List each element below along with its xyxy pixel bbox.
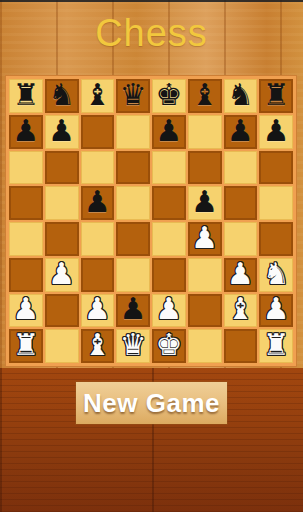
square-c1[interactable]: ♝ — [81, 329, 115, 363]
square-b3[interactable]: ♟ — [45, 258, 79, 292]
square-g7[interactable]: ♟ — [224, 115, 258, 149]
square-d2[interactable]: ♟ — [116, 294, 150, 328]
app-title: Chess — [0, 12, 303, 55]
chess-board: ♜♞♝♛♚♝♞♜♟♟♟♟♟♟♟♟♟♟♞♟♟♟♟♝♟♜♝♛♚♜ — [5, 75, 297, 367]
square-d8[interactable]: ♛ — [116, 79, 150, 113]
piece-white-rook[interactable]: ♜ — [12, 330, 39, 360]
square-a2[interactable]: ♟ — [9, 294, 43, 328]
square-b5[interactable] — [45, 186, 79, 220]
square-a3[interactable] — [9, 258, 43, 292]
square-d3[interactable] — [116, 258, 150, 292]
square-f4[interactable]: ♟ — [188, 222, 222, 256]
square-c6[interactable] — [81, 151, 115, 185]
square-e1[interactable]: ♚ — [152, 329, 186, 363]
piece-black-pawn[interactable]: ♟ — [48, 116, 75, 146]
piece-white-pawn[interactable]: ♟ — [12, 294, 39, 324]
square-d4[interactable] — [116, 222, 150, 256]
piece-black-pawn[interactable]: ♟ — [191, 187, 218, 217]
square-f3[interactable] — [188, 258, 222, 292]
square-a7[interactable]: ♟ — [9, 115, 43, 149]
piece-black-pawn[interactable]: ♟ — [155, 116, 182, 146]
square-e3[interactable] — [152, 258, 186, 292]
square-f1[interactable] — [188, 329, 222, 363]
square-f7[interactable] — [188, 115, 222, 149]
piece-white-pawn[interactable]: ♟ — [227, 259, 254, 289]
square-a6[interactable] — [9, 151, 43, 185]
piece-white-bishop[interactable]: ♝ — [84, 330, 111, 360]
square-g6[interactable] — [224, 151, 258, 185]
square-f8[interactable]: ♝ — [188, 79, 222, 113]
piece-black-pawn[interactable]: ♟ — [84, 187, 111, 217]
square-g8[interactable]: ♞ — [224, 79, 258, 113]
piece-white-bishop[interactable]: ♝ — [227, 294, 254, 324]
square-b2[interactable] — [45, 294, 79, 328]
square-c7[interactable] — [81, 115, 115, 149]
piece-black-pawn[interactable]: ♟ — [12, 116, 39, 146]
piece-black-bishop[interactable]: ♝ — [191, 80, 218, 110]
square-f6[interactable] — [188, 151, 222, 185]
piece-white-pawn[interactable]: ♟ — [48, 259, 75, 289]
piece-black-rook[interactable]: ♜ — [263, 80, 290, 110]
piece-black-pawn[interactable]: ♟ — [263, 116, 290, 146]
piece-white-king[interactable]: ♚ — [155, 330, 182, 360]
square-g2[interactable]: ♝ — [224, 294, 258, 328]
square-h7[interactable]: ♟ — [259, 115, 293, 149]
square-a4[interactable] — [9, 222, 43, 256]
square-f2[interactable] — [188, 294, 222, 328]
piece-white-queen[interactable]: ♛ — [120, 330, 147, 360]
screen-top-edge — [0, 0, 303, 2]
square-h4[interactable] — [259, 222, 293, 256]
square-h6[interactable] — [259, 151, 293, 185]
piece-white-pawn[interactable]: ♟ — [191, 223, 218, 253]
square-c4[interactable] — [81, 222, 115, 256]
square-g1[interactable] — [224, 329, 258, 363]
piece-black-pawn[interactable]: ♟ — [227, 116, 254, 146]
piece-black-pawn[interactable]: ♟ — [120, 294, 147, 324]
square-b8[interactable]: ♞ — [45, 79, 79, 113]
piece-white-pawn[interactable]: ♟ — [155, 294, 182, 324]
piece-white-pawn[interactable]: ♟ — [263, 294, 290, 324]
square-b4[interactable] — [45, 222, 79, 256]
square-a5[interactable] — [9, 186, 43, 220]
square-g4[interactable] — [224, 222, 258, 256]
piece-black-knight[interactable]: ♞ — [48, 80, 75, 110]
new-game-button-label: New Game — [83, 388, 220, 419]
piece-white-pawn[interactable]: ♟ — [84, 294, 111, 324]
square-a1[interactable]: ♜ — [9, 329, 43, 363]
square-d6[interactable] — [116, 151, 150, 185]
square-e7[interactable]: ♟ — [152, 115, 186, 149]
square-h5[interactable] — [259, 186, 293, 220]
piece-black-bishop[interactable]: ♝ — [84, 80, 111, 110]
piece-black-king[interactable]: ♚ — [155, 80, 182, 110]
square-e5[interactable] — [152, 186, 186, 220]
square-b1[interactable] — [45, 329, 79, 363]
square-e2[interactable]: ♟ — [152, 294, 186, 328]
square-b7[interactable]: ♟ — [45, 115, 79, 149]
square-h1[interactable]: ♜ — [259, 329, 293, 363]
square-c8[interactable]: ♝ — [81, 79, 115, 113]
square-e6[interactable] — [152, 151, 186, 185]
square-a8[interactable]: ♜ — [9, 79, 43, 113]
new-game-button[interactable]: New Game — [76, 382, 227, 424]
piece-white-knight[interactable]: ♞ — [263, 259, 290, 289]
piece-black-queen[interactable]: ♛ — [120, 80, 147, 110]
square-c5[interactable]: ♟ — [81, 186, 115, 220]
square-h8[interactable]: ♜ — [259, 79, 293, 113]
piece-black-rook[interactable]: ♜ — [12, 80, 39, 110]
square-c2[interactable]: ♟ — [81, 294, 115, 328]
square-e8[interactable]: ♚ — [152, 79, 186, 113]
square-h3[interactable]: ♞ — [259, 258, 293, 292]
square-c3[interactable] — [81, 258, 115, 292]
piece-white-rook[interactable]: ♜ — [263, 330, 290, 360]
square-d5[interactable] — [116, 186, 150, 220]
square-g3[interactable]: ♟ — [224, 258, 258, 292]
square-e4[interactable] — [152, 222, 186, 256]
square-d1[interactable]: ♛ — [116, 329, 150, 363]
square-b6[interactable] — [45, 151, 79, 185]
square-g5[interactable] — [224, 186, 258, 220]
square-h2[interactable]: ♟ — [259, 294, 293, 328]
square-d7[interactable] — [116, 115, 150, 149]
square-f5[interactable]: ♟ — [188, 186, 222, 220]
piece-black-knight[interactable]: ♞ — [227, 80, 254, 110]
